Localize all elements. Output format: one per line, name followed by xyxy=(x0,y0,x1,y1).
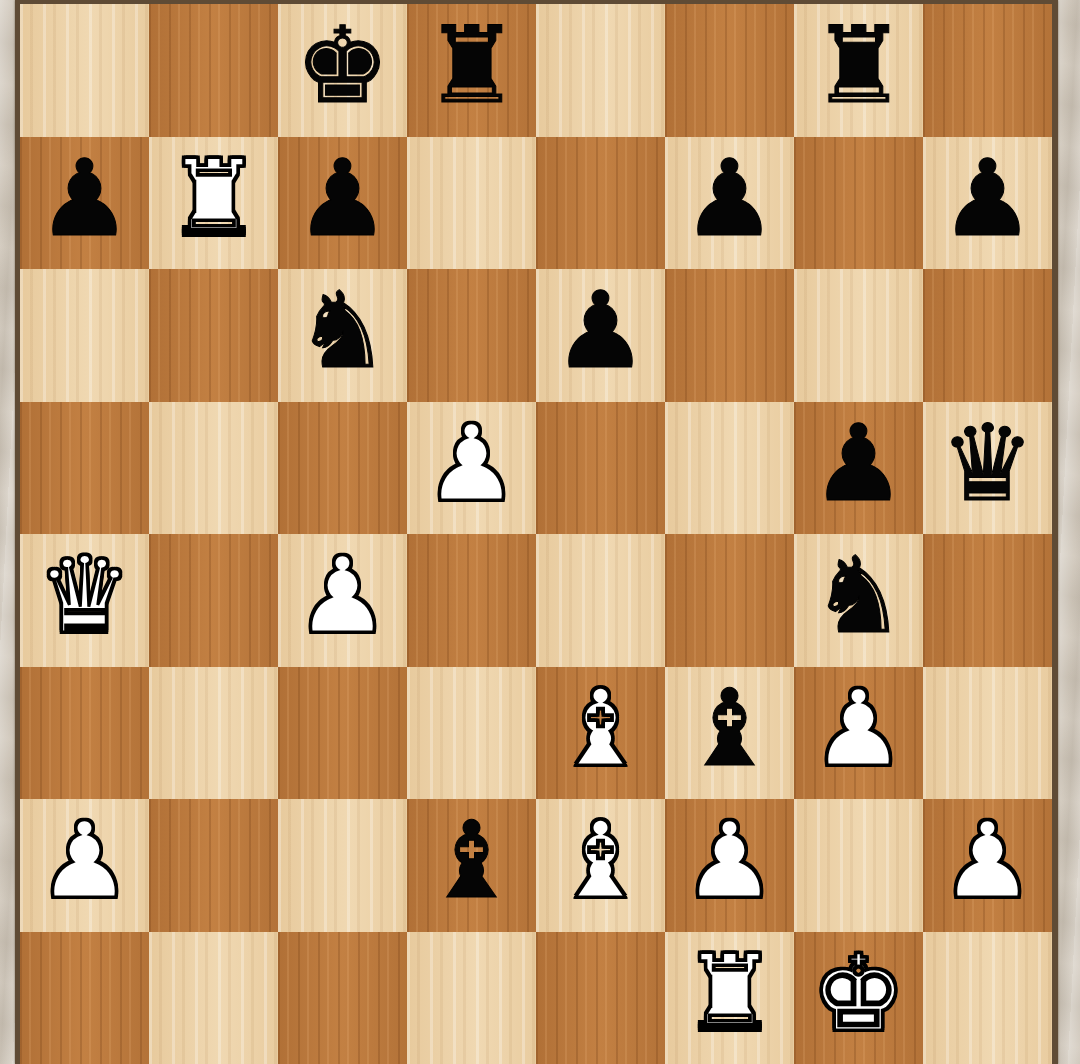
piece-black-rook[interactable]: ♜ xyxy=(424,13,519,119)
square-a8[interactable] xyxy=(20,4,149,137)
piece-white-pawn[interactable]: ♟ xyxy=(424,411,519,517)
square-h4[interactable] xyxy=(923,534,1052,667)
board-frame: ♚♜♜♟♜♟♟♟♞♟♟♟♛♛♟♞♝♝♟♟♝♝♟♟♜♚ xyxy=(15,0,1058,1064)
square-f4[interactable] xyxy=(665,534,794,667)
square-d6[interactable] xyxy=(407,269,536,402)
square-d3[interactable] xyxy=(407,667,536,800)
square-b4[interactable] xyxy=(149,534,278,667)
square-f2[interactable]: ♟ xyxy=(665,799,794,932)
square-b8[interactable] xyxy=(149,4,278,137)
piece-black-pawn[interactable]: ♟ xyxy=(295,146,390,252)
square-c5[interactable] xyxy=(278,402,407,535)
square-a3[interactable] xyxy=(20,667,149,800)
square-a5[interactable] xyxy=(20,402,149,535)
square-d8[interactable]: ♜ xyxy=(407,4,536,137)
piece-black-knight[interactable]: ♞ xyxy=(811,543,906,649)
piece-black-bishop[interactable]: ♝ xyxy=(682,676,777,782)
square-a7[interactable]: ♟ xyxy=(20,137,149,270)
square-e1[interactable] xyxy=(536,932,665,1064)
square-c4[interactable]: ♟ xyxy=(278,534,407,667)
piece-black-pawn[interactable]: ♟ xyxy=(811,411,906,517)
square-e6[interactable]: ♟ xyxy=(536,269,665,402)
square-g8[interactable]: ♜ xyxy=(794,4,923,137)
square-a4[interactable]: ♛ xyxy=(20,534,149,667)
square-g6[interactable] xyxy=(794,269,923,402)
square-f5[interactable] xyxy=(665,402,794,535)
piece-black-knight[interactable]: ♞ xyxy=(295,278,390,384)
square-f7[interactable]: ♟ xyxy=(665,137,794,270)
square-b2[interactable] xyxy=(149,799,278,932)
square-e4[interactable] xyxy=(536,534,665,667)
square-f3[interactable]: ♝ xyxy=(665,667,794,800)
square-b3[interactable] xyxy=(149,667,278,800)
piece-white-bishop[interactable]: ♝ xyxy=(553,808,648,914)
square-g5[interactable]: ♟ xyxy=(794,402,923,535)
square-c1[interactable] xyxy=(278,932,407,1064)
square-d4[interactable] xyxy=(407,534,536,667)
square-h3[interactable] xyxy=(923,667,1052,800)
square-h1[interactable] xyxy=(923,932,1052,1064)
square-e2[interactable]: ♝ xyxy=(536,799,665,932)
square-a6[interactable] xyxy=(20,269,149,402)
square-g1[interactable]: ♚ xyxy=(794,932,923,1064)
square-d5[interactable]: ♟ xyxy=(407,402,536,535)
square-h8[interactable] xyxy=(923,4,1052,137)
square-b5[interactable] xyxy=(149,402,278,535)
piece-white-pawn[interactable]: ♟ xyxy=(682,808,777,914)
piece-white-rook[interactable]: ♜ xyxy=(166,146,261,252)
piece-white-pawn[interactable]: ♟ xyxy=(295,543,390,649)
square-e8[interactable] xyxy=(536,4,665,137)
piece-white-rook[interactable]: ♜ xyxy=(682,941,777,1047)
square-d2[interactable]: ♝ xyxy=(407,799,536,932)
square-b6[interactable] xyxy=(149,269,278,402)
square-c8[interactable]: ♚ xyxy=(278,4,407,137)
square-f1[interactable]: ♜ xyxy=(665,932,794,1064)
square-g7[interactable] xyxy=(794,137,923,270)
piece-white-king[interactable]: ♚ xyxy=(811,941,906,1047)
square-c2[interactable] xyxy=(278,799,407,932)
square-b7[interactable]: ♜ xyxy=(149,137,278,270)
square-e5[interactable] xyxy=(536,402,665,535)
square-h6[interactable] xyxy=(923,269,1052,402)
square-c3[interactable] xyxy=(278,667,407,800)
piece-black-pawn[interactable]: ♟ xyxy=(682,146,777,252)
square-h5[interactable]: ♛ xyxy=(923,402,1052,535)
square-a2[interactable]: ♟ xyxy=(20,799,149,932)
square-f8[interactable] xyxy=(665,4,794,137)
piece-black-pawn[interactable]: ♟ xyxy=(37,146,132,252)
square-g3[interactable]: ♟ xyxy=(794,667,923,800)
piece-white-pawn[interactable]: ♟ xyxy=(940,808,1035,914)
piece-white-queen[interactable]: ♛ xyxy=(37,543,132,649)
piece-black-king[interactable]: ♚ xyxy=(295,13,390,119)
chess-board: ♚♜♜♟♜♟♟♟♞♟♟♟♛♛♟♞♝♝♟♟♝♝♟♟♜♚ xyxy=(20,4,1052,1064)
square-h2[interactable]: ♟ xyxy=(923,799,1052,932)
square-a1[interactable] xyxy=(20,932,149,1064)
piece-black-rook[interactable]: ♜ xyxy=(811,13,906,119)
square-d1[interactable] xyxy=(407,932,536,1064)
piece-white-bishop[interactable]: ♝ xyxy=(553,676,648,782)
square-e7[interactable] xyxy=(536,137,665,270)
square-g2[interactable] xyxy=(794,799,923,932)
square-f6[interactable] xyxy=(665,269,794,402)
square-c6[interactable]: ♞ xyxy=(278,269,407,402)
square-e3[interactable]: ♝ xyxy=(536,667,665,800)
square-h7[interactable]: ♟ xyxy=(923,137,1052,270)
square-d7[interactable] xyxy=(407,137,536,270)
piece-black-queen[interactable]: ♛ xyxy=(940,411,1035,517)
square-c7[interactable]: ♟ xyxy=(278,137,407,270)
piece-black-pawn[interactable]: ♟ xyxy=(940,146,1035,252)
piece-black-bishop[interactable]: ♝ xyxy=(424,808,519,914)
piece-black-pawn[interactable]: ♟ xyxy=(553,278,648,384)
piece-white-pawn[interactable]: ♟ xyxy=(811,676,906,782)
piece-white-pawn[interactable]: ♟ xyxy=(37,808,132,914)
square-g4[interactable]: ♞ xyxy=(794,534,923,667)
square-b1[interactable] xyxy=(149,932,278,1064)
page-background: ♚♜♜♟♜♟♟♟♞♟♟♟♛♛♟♞♝♝♟♟♝♝♟♟♜♚ xyxy=(0,0,1080,1064)
